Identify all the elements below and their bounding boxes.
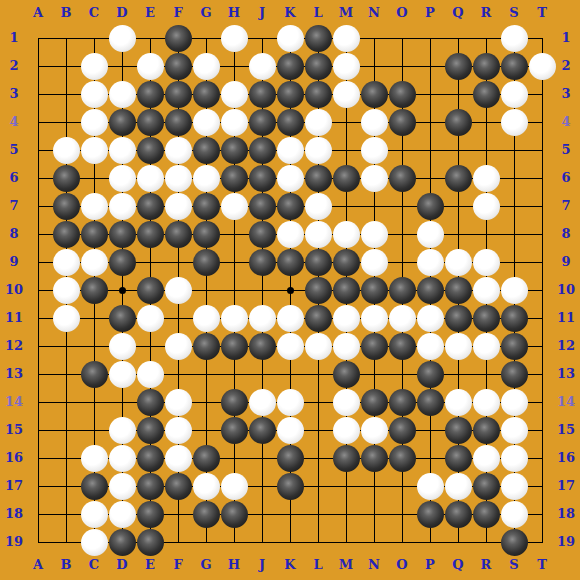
black-stone[interactable] bbox=[137, 529, 164, 556]
white-stone[interactable] bbox=[361, 137, 388, 164]
board-intersection[interactable] bbox=[24, 528, 52, 556]
white-stone[interactable] bbox=[361, 305, 388, 332]
white-stone[interactable] bbox=[193, 305, 220, 332]
board-intersection[interactable] bbox=[80, 276, 108, 304]
black-stone[interactable] bbox=[81, 277, 108, 304]
board-intersection[interactable] bbox=[108, 192, 136, 220]
board-intersection[interactable] bbox=[80, 24, 108, 52]
black-stone[interactable] bbox=[277, 109, 304, 136]
black-stone[interactable] bbox=[445, 417, 472, 444]
board-intersection[interactable] bbox=[80, 388, 108, 416]
board-intersection[interactable] bbox=[80, 500, 108, 528]
white-stone[interactable] bbox=[417, 333, 444, 360]
board-intersection[interactable] bbox=[108, 24, 136, 52]
board-intersection[interactable] bbox=[192, 472, 220, 500]
board-intersection[interactable] bbox=[24, 416, 52, 444]
board-intersection[interactable] bbox=[192, 500, 220, 528]
white-stone[interactable] bbox=[221, 25, 248, 52]
white-stone[interactable] bbox=[81, 529, 108, 556]
board-intersection[interactable] bbox=[248, 360, 276, 388]
board-intersection[interactable] bbox=[136, 304, 164, 332]
white-stone[interactable] bbox=[249, 389, 276, 416]
board-intersection[interactable] bbox=[192, 416, 220, 444]
board-intersection[interactable] bbox=[276, 304, 304, 332]
board-intersection[interactable] bbox=[360, 80, 388, 108]
board-intersection[interactable] bbox=[500, 500, 528, 528]
board-intersection[interactable] bbox=[416, 24, 444, 52]
black-stone[interactable] bbox=[277, 249, 304, 276]
white-stone[interactable] bbox=[417, 221, 444, 248]
white-stone[interactable] bbox=[305, 333, 332, 360]
black-stone[interactable] bbox=[249, 193, 276, 220]
board-intersection[interactable] bbox=[444, 500, 472, 528]
board-intersection[interactable] bbox=[472, 52, 500, 80]
board-intersection[interactable] bbox=[472, 360, 500, 388]
white-stone[interactable] bbox=[473, 193, 500, 220]
board-intersection[interactable] bbox=[108, 164, 136, 192]
board-intersection[interactable] bbox=[136, 444, 164, 472]
board-intersection[interactable] bbox=[24, 52, 52, 80]
board-intersection[interactable] bbox=[136, 472, 164, 500]
board-intersection[interactable] bbox=[332, 444, 360, 472]
black-stone[interactable] bbox=[501, 529, 528, 556]
white-stone[interactable] bbox=[361, 109, 388, 136]
board-intersection[interactable] bbox=[220, 472, 248, 500]
board-intersection[interactable] bbox=[248, 416, 276, 444]
board-intersection[interactable] bbox=[220, 80, 248, 108]
white-stone[interactable] bbox=[417, 249, 444, 276]
black-stone[interactable] bbox=[249, 333, 276, 360]
board-intersection[interactable] bbox=[248, 24, 276, 52]
board-intersection[interactable] bbox=[500, 108, 528, 136]
white-stone[interactable] bbox=[473, 249, 500, 276]
white-stone[interactable] bbox=[193, 165, 220, 192]
black-stone[interactable] bbox=[221, 417, 248, 444]
black-stone[interactable] bbox=[53, 193, 80, 220]
white-stone[interactable] bbox=[473, 165, 500, 192]
board-intersection[interactable] bbox=[472, 500, 500, 528]
black-stone[interactable] bbox=[389, 417, 416, 444]
board-intersection[interactable] bbox=[500, 444, 528, 472]
board-intersection[interactable] bbox=[136, 276, 164, 304]
board-intersection[interactable] bbox=[332, 472, 360, 500]
board-intersection[interactable] bbox=[24, 472, 52, 500]
board-intersection[interactable] bbox=[360, 416, 388, 444]
board-intersection[interactable] bbox=[52, 528, 80, 556]
white-stone[interactable] bbox=[249, 305, 276, 332]
board-intersection[interactable] bbox=[164, 136, 192, 164]
board-intersection[interactable] bbox=[108, 416, 136, 444]
board-intersection[interactable] bbox=[52, 248, 80, 276]
board-intersection[interactable] bbox=[220, 276, 248, 304]
board-intersection[interactable] bbox=[444, 80, 472, 108]
white-stone[interactable] bbox=[53, 137, 80, 164]
board-intersection[interactable] bbox=[500, 472, 528, 500]
black-stone[interactable] bbox=[445, 501, 472, 528]
board-intersection[interactable] bbox=[416, 80, 444, 108]
board-intersection[interactable] bbox=[52, 444, 80, 472]
board-intersection[interactable] bbox=[220, 528, 248, 556]
board-intersection[interactable] bbox=[108, 304, 136, 332]
black-stone[interactable] bbox=[445, 53, 472, 80]
board-intersection[interactable] bbox=[304, 276, 332, 304]
board-intersection[interactable] bbox=[248, 444, 276, 472]
board-intersection[interactable] bbox=[472, 528, 500, 556]
board-intersection[interactable] bbox=[304, 388, 332, 416]
board-intersection[interactable] bbox=[472, 192, 500, 220]
board-intersection[interactable] bbox=[444, 528, 472, 556]
black-stone[interactable] bbox=[193, 445, 220, 472]
white-stone[interactable] bbox=[473, 445, 500, 472]
white-stone[interactable] bbox=[361, 221, 388, 248]
board-intersection[interactable] bbox=[164, 164, 192, 192]
board-intersection[interactable] bbox=[24, 500, 52, 528]
white-stone[interactable] bbox=[333, 417, 360, 444]
white-stone[interactable] bbox=[333, 53, 360, 80]
white-stone[interactable] bbox=[221, 109, 248, 136]
black-stone[interactable] bbox=[473, 305, 500, 332]
white-stone[interactable] bbox=[501, 417, 528, 444]
white-stone[interactable] bbox=[221, 193, 248, 220]
white-stone[interactable] bbox=[473, 333, 500, 360]
board-intersection[interactable] bbox=[388, 276, 416, 304]
board-intersection[interactable] bbox=[80, 360, 108, 388]
board-intersection[interactable] bbox=[332, 276, 360, 304]
white-stone[interactable] bbox=[165, 193, 192, 220]
board-intersection[interactable] bbox=[24, 164, 52, 192]
board-intersection[interactable] bbox=[164, 416, 192, 444]
board-intersection[interactable] bbox=[360, 332, 388, 360]
board-intersection[interactable] bbox=[304, 248, 332, 276]
black-stone[interactable] bbox=[137, 109, 164, 136]
black-stone[interactable] bbox=[445, 445, 472, 472]
white-stone[interactable] bbox=[193, 109, 220, 136]
white-stone[interactable] bbox=[81, 193, 108, 220]
board-intersection[interactable] bbox=[276, 108, 304, 136]
white-stone[interactable] bbox=[501, 109, 528, 136]
board-intersection[interactable] bbox=[192, 248, 220, 276]
board-intersection[interactable] bbox=[360, 136, 388, 164]
board-intersection[interactable] bbox=[164, 304, 192, 332]
board-intersection[interactable] bbox=[444, 360, 472, 388]
board-intersection[interactable] bbox=[80, 192, 108, 220]
board-intersection[interactable] bbox=[24, 192, 52, 220]
board-intersection[interactable] bbox=[248, 248, 276, 276]
black-stone[interactable] bbox=[137, 473, 164, 500]
board-intersection[interactable] bbox=[248, 108, 276, 136]
board-intersection[interactable] bbox=[164, 52, 192, 80]
board-intersection[interactable] bbox=[472, 248, 500, 276]
board-intersection[interactable] bbox=[220, 192, 248, 220]
board-intersection[interactable] bbox=[276, 528, 304, 556]
board-intersection[interactable] bbox=[416, 220, 444, 248]
board-intersection[interactable] bbox=[108, 136, 136, 164]
white-stone[interactable] bbox=[501, 81, 528, 108]
white-stone[interactable] bbox=[473, 277, 500, 304]
board-intersection[interactable] bbox=[192, 80, 220, 108]
board-intersection[interactable] bbox=[472, 108, 500, 136]
board-intersection[interactable] bbox=[444, 472, 472, 500]
board-intersection[interactable] bbox=[360, 24, 388, 52]
board-intersection[interactable] bbox=[52, 164, 80, 192]
black-stone[interactable] bbox=[165, 81, 192, 108]
board-intersection[interactable] bbox=[276, 248, 304, 276]
board-intersection[interactable] bbox=[276, 276, 304, 304]
white-stone[interactable] bbox=[445, 333, 472, 360]
black-stone[interactable] bbox=[109, 529, 136, 556]
board-intersection[interactable] bbox=[500, 304, 528, 332]
white-stone[interactable] bbox=[165, 137, 192, 164]
black-stone[interactable] bbox=[417, 193, 444, 220]
board-intersection[interactable] bbox=[276, 444, 304, 472]
board-intersection[interactable] bbox=[332, 416, 360, 444]
white-stone[interactable] bbox=[389, 305, 416, 332]
board-intersection[interactable] bbox=[108, 276, 136, 304]
board-intersection[interactable] bbox=[164, 332, 192, 360]
black-stone[interactable] bbox=[137, 445, 164, 472]
black-stone[interactable] bbox=[221, 333, 248, 360]
board-intersection[interactable] bbox=[360, 164, 388, 192]
black-stone[interactable] bbox=[445, 305, 472, 332]
board-intersection[interactable] bbox=[304, 24, 332, 52]
board-intersection[interactable] bbox=[136, 220, 164, 248]
board-intersection[interactable] bbox=[388, 192, 416, 220]
black-stone[interactable] bbox=[473, 81, 500, 108]
board-intersection[interactable] bbox=[304, 528, 332, 556]
board-intersection[interactable] bbox=[276, 52, 304, 80]
board-intersection[interactable] bbox=[80, 52, 108, 80]
board-intersection[interactable] bbox=[388, 472, 416, 500]
black-stone[interactable] bbox=[109, 221, 136, 248]
board-intersection[interactable] bbox=[80, 108, 108, 136]
white-stone[interactable] bbox=[53, 249, 80, 276]
board-intersection[interactable] bbox=[444, 52, 472, 80]
board-intersection[interactable] bbox=[276, 136, 304, 164]
board-intersection[interactable] bbox=[192, 136, 220, 164]
black-stone[interactable] bbox=[165, 473, 192, 500]
black-stone[interactable] bbox=[361, 333, 388, 360]
white-stone[interactable] bbox=[277, 417, 304, 444]
board-intersection[interactable] bbox=[276, 192, 304, 220]
black-stone[interactable] bbox=[81, 473, 108, 500]
board-intersection[interactable] bbox=[388, 108, 416, 136]
board-intersection[interactable] bbox=[52, 192, 80, 220]
board-intersection[interactable] bbox=[360, 528, 388, 556]
black-stone[interactable] bbox=[361, 445, 388, 472]
black-stone[interactable] bbox=[193, 333, 220, 360]
black-stone[interactable] bbox=[445, 109, 472, 136]
board-intersection[interactable] bbox=[276, 360, 304, 388]
board-intersection[interactable] bbox=[332, 24, 360, 52]
black-stone[interactable] bbox=[137, 389, 164, 416]
board-intersection[interactable] bbox=[80, 332, 108, 360]
board-intersection[interactable] bbox=[24, 304, 52, 332]
black-stone[interactable] bbox=[137, 417, 164, 444]
board-intersection[interactable] bbox=[304, 108, 332, 136]
white-stone[interactable] bbox=[333, 333, 360, 360]
white-stone[interactable] bbox=[165, 333, 192, 360]
board-intersection[interactable] bbox=[472, 472, 500, 500]
board-intersection[interactable] bbox=[248, 388, 276, 416]
board-intersection[interactable] bbox=[416, 444, 444, 472]
board-intersection[interactable] bbox=[388, 528, 416, 556]
white-stone[interactable] bbox=[501, 277, 528, 304]
board-intersection[interactable] bbox=[52, 108, 80, 136]
board-intersection[interactable] bbox=[388, 444, 416, 472]
white-stone[interactable] bbox=[165, 445, 192, 472]
board-intersection[interactable] bbox=[192, 388, 220, 416]
board-intersection[interactable] bbox=[276, 80, 304, 108]
black-stone[interactable] bbox=[221, 137, 248, 164]
board-intersection[interactable] bbox=[500, 80, 528, 108]
board-intersection[interactable] bbox=[220, 220, 248, 248]
board-intersection[interactable] bbox=[108, 472, 136, 500]
black-stone[interactable] bbox=[137, 137, 164, 164]
board-intersection[interactable] bbox=[276, 416, 304, 444]
board-intersection[interactable] bbox=[416, 416, 444, 444]
board-intersection[interactable] bbox=[108, 444, 136, 472]
board-intersection[interactable] bbox=[248, 192, 276, 220]
board-intersection[interactable] bbox=[52, 52, 80, 80]
black-stone[interactable] bbox=[137, 193, 164, 220]
black-stone[interactable] bbox=[305, 305, 332, 332]
board-intersection[interactable] bbox=[24, 388, 52, 416]
black-stone[interactable] bbox=[165, 25, 192, 52]
board-intersection[interactable] bbox=[164, 500, 192, 528]
board-intersection[interactable] bbox=[472, 388, 500, 416]
black-stone[interactable] bbox=[305, 277, 332, 304]
board-intersection[interactable] bbox=[80, 444, 108, 472]
board-intersection[interactable] bbox=[52, 500, 80, 528]
board-intersection[interactable] bbox=[332, 332, 360, 360]
board-intersection[interactable] bbox=[192, 276, 220, 304]
board-intersection[interactable] bbox=[192, 52, 220, 80]
board-intersection[interactable] bbox=[52, 332, 80, 360]
white-stone[interactable] bbox=[109, 81, 136, 108]
board-intersection[interactable] bbox=[108, 500, 136, 528]
board-intersection[interactable] bbox=[500, 136, 528, 164]
board-intersection[interactable] bbox=[500, 248, 528, 276]
board-intersection[interactable] bbox=[220, 248, 248, 276]
board-intersection[interactable] bbox=[108, 332, 136, 360]
board-intersection[interactable] bbox=[360, 500, 388, 528]
board-intersection[interactable] bbox=[444, 444, 472, 472]
board-intersection[interactable] bbox=[248, 52, 276, 80]
board-intersection[interactable] bbox=[192, 332, 220, 360]
black-stone[interactable] bbox=[305, 25, 332, 52]
board-intersection[interactable] bbox=[332, 192, 360, 220]
board-intersection[interactable] bbox=[332, 52, 360, 80]
white-stone[interactable] bbox=[277, 305, 304, 332]
board-intersection[interactable] bbox=[332, 500, 360, 528]
board-intersection[interactable] bbox=[500, 24, 528, 52]
board-intersection[interactable] bbox=[500, 528, 528, 556]
board-intersection[interactable] bbox=[52, 136, 80, 164]
board-intersection[interactable] bbox=[388, 416, 416, 444]
board-intersection[interactable] bbox=[416, 360, 444, 388]
board-intersection[interactable] bbox=[304, 416, 332, 444]
black-stone[interactable] bbox=[417, 277, 444, 304]
board-intersection[interactable] bbox=[220, 24, 248, 52]
board-intersection[interactable] bbox=[136, 136, 164, 164]
board-intersection[interactable] bbox=[360, 220, 388, 248]
board-intersection[interactable] bbox=[192, 24, 220, 52]
board-intersection[interactable] bbox=[444, 108, 472, 136]
white-stone[interactable] bbox=[109, 165, 136, 192]
board-intersection[interactable] bbox=[52, 416, 80, 444]
board-intersection[interactable] bbox=[52, 220, 80, 248]
board-intersection[interactable] bbox=[164, 108, 192, 136]
white-stone[interactable] bbox=[333, 389, 360, 416]
black-stone[interactable] bbox=[221, 389, 248, 416]
black-stone[interactable] bbox=[501, 333, 528, 360]
board-intersection[interactable] bbox=[220, 164, 248, 192]
board-intersection[interactable] bbox=[444, 276, 472, 304]
board-intersection[interactable] bbox=[388, 332, 416, 360]
white-stone[interactable] bbox=[137, 361, 164, 388]
board-intersection[interactable] bbox=[52, 80, 80, 108]
board-intersection[interactable] bbox=[136, 80, 164, 108]
board-intersection[interactable] bbox=[388, 220, 416, 248]
board-intersection[interactable] bbox=[472, 164, 500, 192]
board-intersection[interactable] bbox=[360, 360, 388, 388]
board-intersection[interactable] bbox=[136, 388, 164, 416]
board-intersection[interactable] bbox=[332, 220, 360, 248]
black-stone[interactable] bbox=[193, 193, 220, 220]
board-intersection[interactable] bbox=[332, 80, 360, 108]
white-stone[interactable] bbox=[277, 25, 304, 52]
board-intersection[interactable] bbox=[52, 304, 80, 332]
black-stone[interactable] bbox=[249, 137, 276, 164]
board-intersection[interactable] bbox=[220, 108, 248, 136]
board-intersection[interactable] bbox=[164, 444, 192, 472]
white-stone[interactable] bbox=[193, 53, 220, 80]
black-stone[interactable] bbox=[333, 445, 360, 472]
board-intersection[interactable] bbox=[24, 360, 52, 388]
white-stone[interactable] bbox=[165, 165, 192, 192]
board-intersection[interactable] bbox=[388, 360, 416, 388]
black-stone[interactable] bbox=[305, 81, 332, 108]
board-intersection[interactable] bbox=[472, 416, 500, 444]
board-intersection[interactable] bbox=[360, 444, 388, 472]
board-intersection[interactable] bbox=[248, 136, 276, 164]
board-intersection[interactable] bbox=[332, 136, 360, 164]
board-intersection[interactable] bbox=[360, 248, 388, 276]
black-stone[interactable] bbox=[277, 81, 304, 108]
board-intersection[interactable] bbox=[276, 164, 304, 192]
board-intersection[interactable] bbox=[416, 248, 444, 276]
black-stone[interactable] bbox=[501, 53, 528, 80]
black-stone[interactable] bbox=[53, 165, 80, 192]
board-intersection[interactable] bbox=[192, 360, 220, 388]
board-intersection[interactable] bbox=[472, 276, 500, 304]
black-stone[interactable] bbox=[389, 389, 416, 416]
board-intersection[interactable] bbox=[136, 192, 164, 220]
black-stone[interactable] bbox=[277, 193, 304, 220]
board-intersection[interactable] bbox=[444, 24, 472, 52]
black-stone[interactable] bbox=[445, 165, 472, 192]
white-stone[interactable] bbox=[109, 417, 136, 444]
board-intersection[interactable] bbox=[332, 304, 360, 332]
black-stone[interactable] bbox=[165, 109, 192, 136]
white-stone[interactable] bbox=[333, 221, 360, 248]
board-intersection[interactable] bbox=[80, 416, 108, 444]
board-intersection[interactable] bbox=[108, 52, 136, 80]
white-stone[interactable] bbox=[333, 81, 360, 108]
board-intersection[interactable] bbox=[416, 332, 444, 360]
board-intersection[interactable] bbox=[304, 332, 332, 360]
board-intersection[interactable] bbox=[276, 220, 304, 248]
